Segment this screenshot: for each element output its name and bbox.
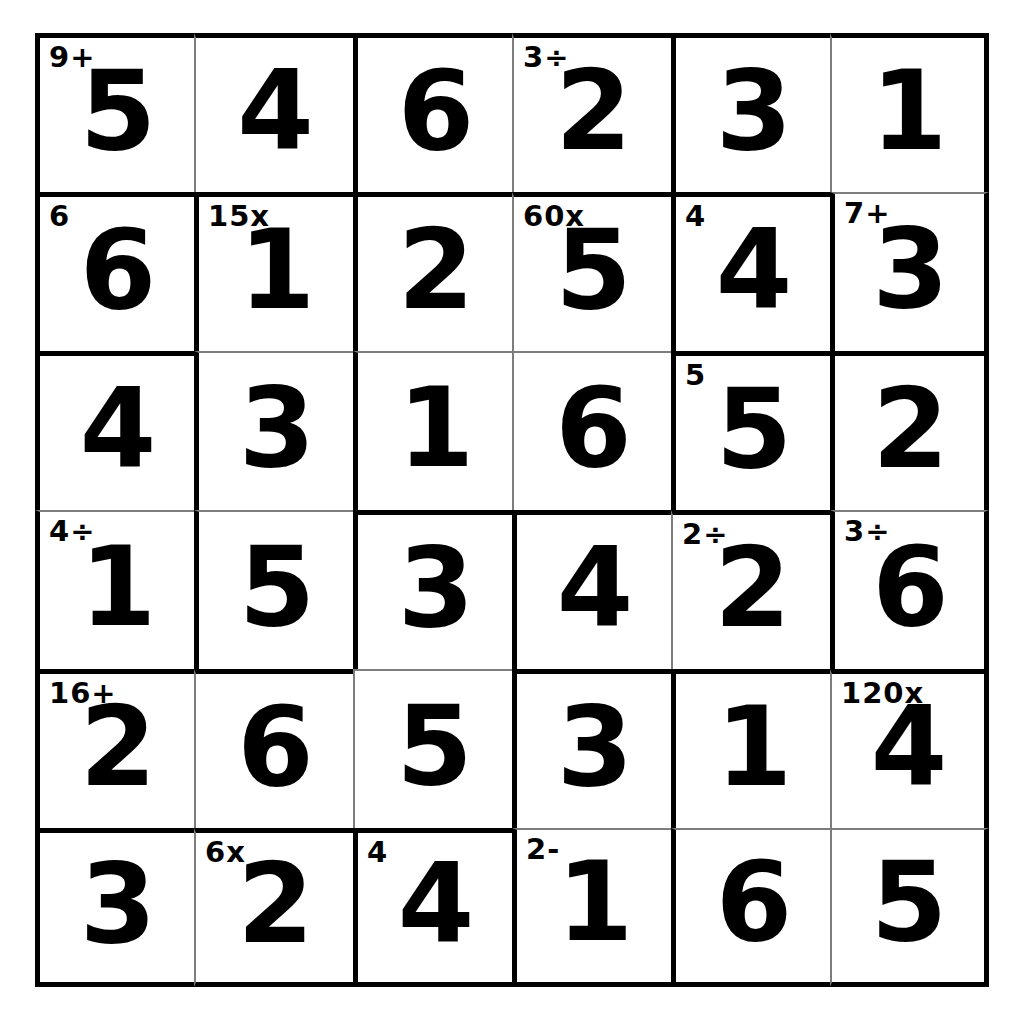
cell-r6c6[interactable]: 5 <box>830 828 989 987</box>
cage-clue: 5 <box>685 360 706 390</box>
cell-r3c6[interactable]: 2 <box>830 351 989 510</box>
cell-value: 1 <box>716 692 791 802</box>
cell-value: 6 <box>398 56 473 166</box>
cage-clue: 2- <box>526 834 560 864</box>
cell-value: 4 <box>716 215 791 325</box>
cell-r4c3[interactable]: 3 <box>353 510 512 669</box>
kenken-board: 9+5463÷2316615x1260x5447+343165524÷15342… <box>35 33 989 987</box>
cell-r6c1[interactable]: 3 <box>35 828 194 987</box>
cell-r1c1[interactable]: 9+5 <box>35 33 194 192</box>
cell-value: 4 <box>871 692 946 802</box>
cell-value: 5 <box>555 215 630 325</box>
cell-value: 5 <box>716 374 791 484</box>
cell-r3c2[interactable]: 3 <box>194 351 353 510</box>
cell-value: 3 <box>716 56 791 166</box>
cage-clue: 4 <box>367 837 388 867</box>
cell-value: 3 <box>80 849 155 959</box>
cell-value: 3 <box>239 373 314 483</box>
cell-r5c2[interactable]: 6 <box>194 669 353 828</box>
cell-r2c2[interactable]: 15x1 <box>194 192 353 351</box>
cell-value: 6 <box>237 692 312 802</box>
cell-value: 2 <box>555 56 630 166</box>
cell-value: 2 <box>80 692 155 802</box>
cell-r4c4[interactable]: 4 <box>512 510 671 669</box>
cell-value: 5 <box>871 847 946 957</box>
cell-r2c3[interactable]: 2 <box>353 192 512 351</box>
cell-value: 5 <box>396 691 471 801</box>
cell-r2c5[interactable]: 44 <box>671 192 830 351</box>
cell-r3c4[interactable]: 6 <box>512 351 671 510</box>
cell-r3c5[interactable]: 55 <box>671 351 830 510</box>
cell-value: 6 <box>555 373 630 483</box>
cell-r6c3[interactable]: 44 <box>353 828 512 987</box>
cell-r6c2[interactable]: 6x2 <box>194 828 353 987</box>
cell-r5c6[interactable]: 120x4 <box>830 669 989 828</box>
cell-value: 4 <box>557 533 632 643</box>
cell-value: 1 <box>871 56 946 166</box>
cell-value: 6 <box>872 532 947 642</box>
cage-clue: 6 <box>49 201 70 231</box>
cell-r2c6[interactable]: 7+3 <box>830 192 989 351</box>
cell-r6c4[interactable]: 2-1 <box>512 828 671 987</box>
cell-value: 3 <box>557 692 632 802</box>
cell-r1c5[interactable]: 3 <box>671 33 830 192</box>
cell-value: 4 <box>80 374 155 484</box>
cell-r2c4[interactable]: 60x5 <box>512 192 671 351</box>
cell-r3c3[interactable]: 1 <box>353 351 512 510</box>
cell-value: 3 <box>398 533 473 643</box>
cell-value: 6 <box>716 847 791 957</box>
cell-r5c4[interactable]: 3 <box>512 669 671 828</box>
cell-value: 2 <box>398 215 473 325</box>
cell-value: 5 <box>239 532 314 642</box>
cell-value: 4 <box>237 56 312 166</box>
cell-r1c2[interactable]: 4 <box>194 33 353 192</box>
cell-value: 3 <box>872 214 947 324</box>
cell-r3c1[interactable]: 4 <box>35 351 194 510</box>
cell-r4c5[interactable]: 2÷2 <box>671 510 830 669</box>
cell-value: 4 <box>398 849 473 959</box>
cell-r4c2[interactable]: 5 <box>194 510 353 669</box>
cell-value: 1 <box>557 847 632 957</box>
cell-r5c1[interactable]: 16+2 <box>35 669 194 828</box>
cell-value: 2 <box>237 849 312 959</box>
cell-value: 2 <box>872 374 947 484</box>
cage-clue: 4 <box>685 201 706 231</box>
cell-r1c6[interactable]: 1 <box>830 33 989 192</box>
cell-value: 1 <box>80 532 155 642</box>
cell-value: 1 <box>239 215 314 325</box>
cell-r1c3[interactable]: 6 <box>353 33 512 192</box>
cell-value: 1 <box>398 373 473 483</box>
cell-value: 2 <box>714 533 789 643</box>
cell-r5c3[interactable]: 5 <box>353 669 512 828</box>
cell-r4c6[interactable]: 3÷6 <box>830 510 989 669</box>
cell-value: 5 <box>80 56 155 166</box>
cell-r2c1[interactable]: 66 <box>35 192 194 351</box>
cell-value: 6 <box>80 215 155 325</box>
cell-r5c5[interactable]: 1 <box>671 669 830 828</box>
cell-r1c4[interactable]: 3÷2 <box>512 33 671 192</box>
cell-r6c5[interactable]: 6 <box>671 828 830 987</box>
cell-r4c1[interactable]: 4÷1 <box>35 510 194 669</box>
